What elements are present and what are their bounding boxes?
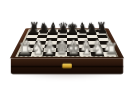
- square-g7[interactable]: ♟: [86, 32, 96, 35]
- square-d7[interactable]: ♟: [57, 32, 67, 35]
- chess-set-photo: ♜♞♝♛♚♝♞♜♟♟♟♟♟♟♟♟♟♟♟♟♟♟♟♟♜♞♝♛♚♝♞♜: [0, 0, 133, 100]
- square-e1[interactable]: ♚: [67, 52, 79, 56]
- piece-white-knight[interactable]: ♞: [92, 41, 104, 56]
- box-front-panel: [11, 59, 123, 75]
- square-a7[interactable]: ♟: [28, 32, 39, 35]
- piece-black-pawn[interactable]: ♟: [67, 23, 77, 35]
- square-c7[interactable]: ♟: [47, 32, 57, 35]
- board-frame: ♜♞♝♛♚♝♞♜♟♟♟♟♟♟♟♟♟♟♟♟♟♟♟♟♜♞♝♛♚♝♞♜: [10, 28, 125, 58]
- square-f1[interactable]: ♝: [79, 52, 92, 56]
- brass-clasp: [62, 64, 72, 69]
- piece-black-pawn[interactable]: ♟: [87, 23, 97, 35]
- square-f7[interactable]: ♟: [76, 32, 86, 35]
- piece-white-bishop[interactable]: ♝: [79, 41, 91, 56]
- piece-black-pawn[interactable]: ♟: [28, 23, 38, 35]
- board-grid: ♜♞♝♛♚♝♞♜♟♟♟♟♟♟♟♟♟♟♟♟♟♟♟♟♜♞♝♛♚♝♞♜: [18, 30, 116, 56]
- piece-black-pawn[interactable]: ♟: [77, 23, 87, 35]
- piece-white-queen[interactable]: ♛: [55, 41, 67, 56]
- piece-white-rook[interactable]: ♜: [104, 41, 116, 56]
- square-h1[interactable]: ♜: [102, 52, 116, 56]
- piece-black-pawn[interactable]: ♟: [96, 23, 106, 35]
- piece-white-king[interactable]: ♚: [67, 41, 79, 56]
- square-c1[interactable]: ♝: [43, 52, 56, 56]
- square-h7[interactable]: ♟: [95, 32, 106, 35]
- piece-white-knight[interactable]: ♞: [30, 41, 42, 56]
- piece-white-bishop[interactable]: ♝: [42, 41, 54, 56]
- square-a1[interactable]: ♜: [18, 52, 32, 56]
- chess-board: ♜♞♝♛♚♝♞♜♟♟♟♟♟♟♟♟♟♟♟♟♟♟♟♟♜♞♝♛♚♝♞♜: [10, 28, 125, 58]
- piece-black-pawn[interactable]: ♟: [47, 23, 57, 35]
- piece-white-rook[interactable]: ♜: [18, 41, 30, 56]
- piece-black-pawn[interactable]: ♟: [57, 23, 67, 35]
- square-g1[interactable]: ♞: [91, 52, 104, 56]
- square-d1[interactable]: ♛: [55, 52, 67, 56]
- piece-black-pawn[interactable]: ♟: [38, 23, 48, 35]
- square-e7[interactable]: ♟: [67, 32, 77, 35]
